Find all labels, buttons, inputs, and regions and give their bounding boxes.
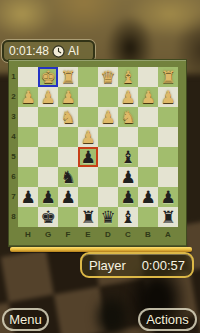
file-label-c: C	[118, 228, 138, 242]
square-f8[interactable]	[58, 207, 78, 227]
square-e6[interactable]	[78, 167, 98, 187]
square-f2[interactable]: ♟	[58, 87, 78, 107]
square-a1[interactable]: ♜	[158, 67, 178, 87]
rank-label-5: 5	[9, 147, 18, 167]
square-f7[interactable]: ♟	[58, 187, 78, 207]
white-pawn: ♟	[138, 87, 158, 107]
white-pawn: ♟	[78, 127, 98, 147]
square-f4[interactable]	[58, 127, 78, 147]
square-d4[interactable]	[98, 127, 118, 147]
file-label-d: D	[98, 228, 118, 242]
square-a3[interactable]	[158, 107, 178, 127]
square-f6[interactable]: ♞	[58, 167, 78, 187]
white-rook: ♜	[158, 67, 178, 87]
white-queen: ♛	[98, 67, 118, 87]
white-rook: ♜	[58, 67, 78, 87]
rank-label-3: 3	[9, 107, 18, 127]
square-b1[interactable]	[138, 67, 158, 87]
square-h6[interactable]	[18, 167, 38, 187]
square-f1[interactable]: ♜	[58, 67, 78, 87]
square-g4[interactable]	[38, 127, 58, 147]
rank-label-2: 2	[9, 87, 18, 107]
rank-labels: 12345678	[9, 67, 18, 227]
white-pawn: ♟	[158, 87, 178, 107]
square-h1[interactable]	[18, 67, 38, 87]
menu-button[interactable]: Menu	[2, 308, 49, 331]
square-d3[interactable]: ♟	[98, 107, 118, 127]
square-c6[interactable]: ♟	[118, 167, 138, 187]
square-b2[interactable]: ♟	[138, 87, 158, 107]
square-b6[interactable]	[138, 167, 158, 187]
square-c8[interactable]: ♝	[118, 207, 138, 227]
square-h3[interactable]	[18, 107, 38, 127]
square-h2[interactable]: ♟	[18, 87, 38, 107]
square-b5[interactable]	[138, 147, 158, 167]
black-pawn: ♟	[38, 187, 58, 207]
black-bishop: ♝	[118, 147, 138, 167]
square-g2[interactable]: ♟	[38, 87, 58, 107]
white-pawn: ♟	[118, 87, 138, 107]
black-pawn: ♟	[118, 167, 138, 187]
ai-label: AI	[68, 44, 79, 58]
white-pawn: ♟	[38, 87, 58, 107]
player-timer-panel: Player 0:00:57	[80, 252, 194, 278]
file-labels: HGFEDCBA	[18, 228, 178, 242]
square-b8[interactable]	[138, 207, 158, 227]
file-label-a: A	[158, 228, 178, 242]
player-time: 0:00:57	[142, 258, 185, 273]
square-e2[interactable]	[78, 87, 98, 107]
chess-board: 12345678 ♚♜♛♝♜♟♟♟♟♟♟♞♟♞♟♟♝♞♟♟♟♟♟♟♟♚♜♛♝♜ …	[8, 59, 187, 247]
white-king: ♚	[38, 67, 58, 87]
square-d8[interactable]: ♛	[98, 207, 118, 227]
chess-game-screen: 0:01:48 AI 12345678 ♚♜♛♝♜♟♟♟♟♟♟♞♟♞♟♟♝♞♟♟…	[0, 0, 200, 333]
white-pawn: ♟	[98, 107, 118, 127]
square-e4[interactable]: ♟	[78, 127, 98, 147]
square-h4[interactable]	[18, 127, 38, 147]
black-pawn: ♟	[118, 187, 138, 207]
white-knight: ♞	[58, 107, 78, 127]
file-label-f: F	[58, 228, 78, 242]
square-c5[interactable]: ♝	[118, 147, 138, 167]
square-a5[interactable]	[158, 147, 178, 167]
square-d1[interactable]: ♛	[98, 67, 118, 87]
square-c3[interactable]: ♞	[118, 107, 138, 127]
square-b7[interactable]: ♟	[138, 187, 158, 207]
square-a6[interactable]	[158, 167, 178, 187]
ai-time: 0:01:48	[9, 44, 49, 58]
square-e3[interactable]	[78, 107, 98, 127]
square-g1[interactable]: ♚	[38, 67, 58, 87]
square-g8[interactable]: ♚	[38, 207, 58, 227]
player-label: Player	[89, 258, 126, 273]
file-label-b: B	[138, 228, 158, 242]
file-label-e: E	[78, 228, 98, 242]
square-a4[interactable]	[158, 127, 178, 147]
square-e8[interactable]: ♜	[78, 207, 98, 227]
square-c7[interactable]: ♟	[118, 187, 138, 207]
black-rook: ♜	[158, 207, 178, 227]
rank-label-7: 7	[9, 187, 18, 207]
square-d2[interactable]	[98, 87, 118, 107]
square-h5[interactable]	[18, 147, 38, 167]
square-f5[interactable]	[58, 147, 78, 167]
black-pawn: ♟	[78, 147, 98, 167]
black-pawn: ♟	[18, 187, 38, 207]
square-a2[interactable]: ♟	[158, 87, 178, 107]
rank-label-8: 8	[9, 207, 18, 227]
square-a8[interactable]: ♜	[158, 207, 178, 227]
square-g6[interactable]	[38, 167, 58, 187]
clock-icon	[52, 45, 65, 58]
square-b4[interactable]	[138, 127, 158, 147]
square-g5[interactable]	[38, 147, 58, 167]
square-d5[interactable]	[98, 147, 118, 167]
black-knight: ♞	[58, 167, 78, 187]
square-e7[interactable]	[78, 187, 98, 207]
black-pawn: ♟	[158, 187, 178, 207]
square-h7[interactable]: ♟	[18, 187, 38, 207]
rank-label-4: 4	[9, 127, 18, 147]
square-c1[interactable]: ♝	[118, 67, 138, 87]
square-d6[interactable]	[98, 167, 118, 187]
square-d7[interactable]	[98, 187, 118, 207]
file-label-h: H	[18, 228, 38, 242]
board-squares: ♚♜♛♝♜♟♟♟♟♟♟♞♟♞♟♟♝♞♟♟♟♟♟♟♟♚♜♛♝♜	[18, 67, 178, 227]
black-rook: ♜	[78, 207, 98, 227]
square-e1[interactable]	[78, 67, 98, 87]
square-a7[interactable]: ♟	[158, 187, 178, 207]
white-knight: ♞	[118, 107, 138, 127]
square-g7[interactable]: ♟	[38, 187, 58, 207]
square-c2[interactable]: ♟	[118, 87, 138, 107]
white-pawn: ♟	[18, 87, 38, 107]
actions-button[interactable]: Actions	[138, 308, 197, 331]
square-c4[interactable]	[118, 127, 138, 147]
black-pawn: ♟	[58, 187, 78, 207]
white-pawn: ♟	[58, 87, 78, 107]
file-label-g: G	[38, 228, 58, 242]
black-pawn: ♟	[138, 187, 158, 207]
white-bishop: ♝	[118, 67, 138, 87]
rank-label-1: 1	[9, 67, 18, 87]
rank-label-6: 6	[9, 167, 18, 187]
square-e5[interactable]: ♟	[78, 147, 98, 167]
black-king: ♚	[38, 207, 58, 227]
black-bishop: ♝	[118, 207, 138, 227]
square-b3[interactable]	[138, 107, 158, 127]
square-g3[interactable]	[38, 107, 58, 127]
black-queen: ♛	[98, 207, 118, 227]
square-f3[interactable]: ♞	[58, 107, 78, 127]
square-h8[interactable]	[18, 207, 38, 227]
